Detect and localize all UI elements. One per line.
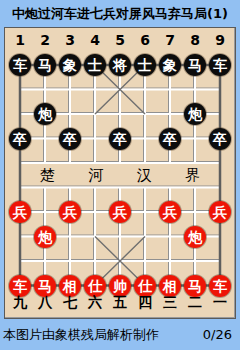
file-label-bottom-4: 六: [83, 290, 108, 314]
piece-black-elephant[interactable]: 象: [159, 54, 181, 76]
file-label-bottom-2: 八: [33, 290, 58, 314]
file-label-top-7: 7: [158, 31, 183, 49]
xiangqi-board: 123456789 楚河汉界 车马象士将士象马车炮炮卒卒卒卒卒兵兵兵兵兵炮炮车马…: [4, 27, 236, 319]
piece-red-cannon[interactable]: 炮: [184, 226, 206, 248]
file-label-top-3: 3: [58, 31, 83, 49]
file-label-top-9: 9: [208, 31, 233, 49]
piece-black-horse[interactable]: 马: [34, 54, 56, 76]
file-label-bottom-9: 一: [208, 290, 233, 314]
piece-black-chariot[interactable]: 车: [209, 54, 231, 76]
file-label-bottom-1: 九: [8, 290, 33, 314]
piece-black-soldier[interactable]: 卒: [9, 128, 31, 150]
piece-black-general[interactable]: 将: [109, 54, 131, 76]
file-label-top-5: 5: [108, 31, 133, 49]
footer: 本图片由象棋残局解析制作 0/26: [0, 319, 240, 350]
file-label-bottom-3: 七: [58, 290, 83, 314]
file-label-bottom-6: 四: [133, 290, 158, 314]
piece-black-horse[interactable]: 马: [184, 54, 206, 76]
file-labels-top: 123456789: [8, 31, 233, 49]
file-label-bottom-8: 二: [183, 290, 208, 314]
piece-black-elephant[interactable]: 象: [59, 54, 81, 76]
file-label-top-8: 8: [183, 31, 208, 49]
page-title: 中炮过河车进七兵对屏风马弃马局(1): [0, 0, 240, 27]
xiangqi-viewer: { "game": "xiangqi", "title": "中炮过河车进七兵对…: [0, 0, 240, 350]
credit-text: 本图片由象棋残局解析制作: [3, 326, 159, 344]
piece-black-soldier[interactable]: 卒: [59, 128, 81, 150]
piece-black-advisor[interactable]: 士: [134, 54, 156, 76]
piece-black-soldier[interactable]: 卒: [159, 128, 181, 150]
file-label-bottom-7: 三: [158, 290, 183, 314]
file-label-top-1: 1: [8, 31, 33, 49]
file-label-bottom-5: 五: [108, 290, 133, 314]
piece-black-cannon[interactable]: 炮: [34, 103, 56, 125]
piece-red-cannon[interactable]: 炮: [34, 226, 56, 248]
piece-red-soldier[interactable]: 兵: [109, 201, 131, 223]
piece-red-soldier[interactable]: 兵: [9, 201, 31, 223]
pieces-grid: 车马象士将士象马车炮炮卒卒卒卒卒兵兵兵兵兵炮炮车马相仕帅仕相马车: [8, 53, 233, 298]
piece-black-cannon[interactable]: 炮: [184, 103, 206, 125]
piece-black-soldier[interactable]: 卒: [209, 128, 231, 150]
piece-red-soldier[interactable]: 兵: [59, 201, 81, 223]
piece-black-chariot[interactable]: 车: [9, 54, 31, 76]
file-label-top-6: 6: [133, 31, 158, 49]
piece-black-soldier[interactable]: 卒: [109, 128, 131, 150]
piece-black-advisor[interactable]: 士: [84, 54, 106, 76]
move-counter: 0/26: [203, 327, 232, 342]
file-labels-bottom: 九八七六五四三二一: [8, 290, 233, 314]
piece-red-soldier[interactable]: 兵: [209, 201, 231, 223]
file-label-top-2: 2: [33, 31, 58, 49]
piece-red-soldier[interactable]: 兵: [159, 201, 181, 223]
file-label-top-4: 4: [83, 31, 108, 49]
